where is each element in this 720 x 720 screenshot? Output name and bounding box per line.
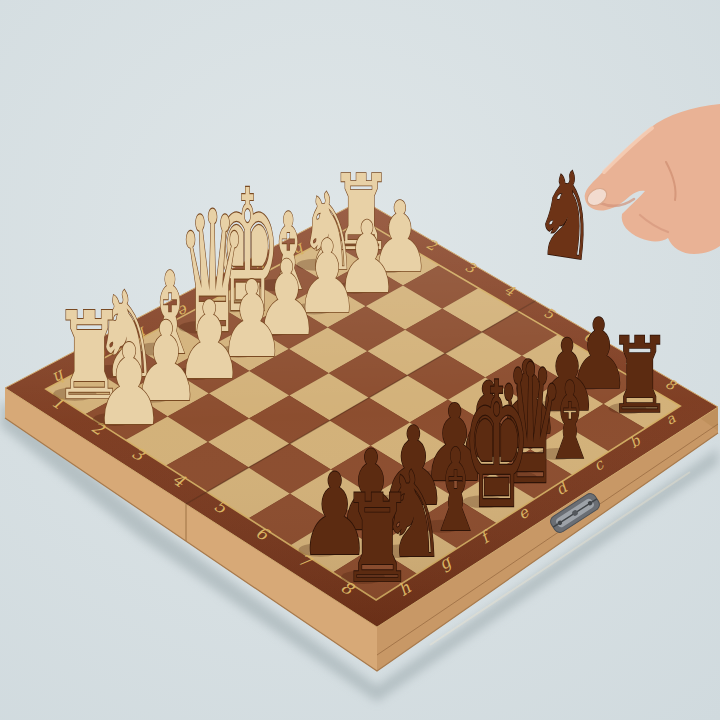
piece-black-r-a8[interactable]: ♜ bbox=[608, 315, 672, 437]
held-piece-black-knight[interactable]: ♞ bbox=[525, 143, 609, 288]
chess-scene-svg: 1122334455667788aabbccddeeffgghh♜♞♟♝♟♚♟♛… bbox=[0, 0, 720, 720]
piece-white-p-h2[interactable]: ♟ bbox=[93, 319, 166, 450]
hand bbox=[584, 104, 720, 254]
product-photo-chess-set: 1122334455667788aabbccddeeffgghh♜♞♟♝♟♚♟♛… bbox=[0, 0, 720, 720]
piece-black-r-h8[interactable]: ♜ bbox=[340, 469, 414, 611]
